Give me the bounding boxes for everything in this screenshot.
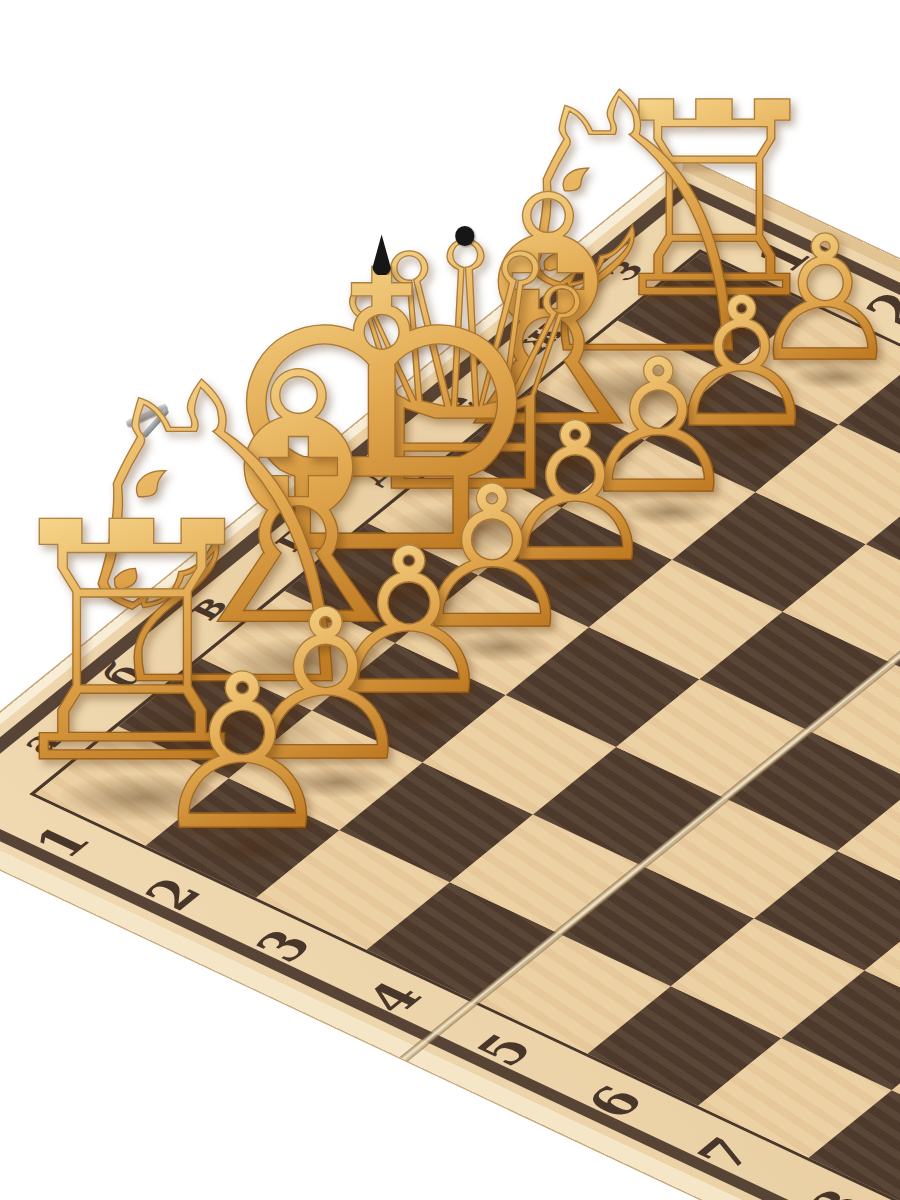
product-photo-stage: 1122334455667788ааббввггддеежжзз ♖♘♗♔♕♗♘… [0,0,900,1200]
chess-board: 1122334455667788ааббввггддеежжзз [0,158,900,1200]
metal-latch-icon [123,391,186,451]
black-spike-finial-icon [370,234,392,275]
black-ball-finial-icon [455,226,475,246]
